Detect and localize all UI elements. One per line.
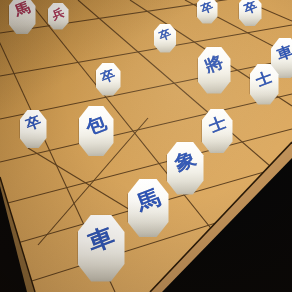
blue-chariot-glyph: 車 — [85, 223, 118, 255]
blue-general-glyph: 將 — [203, 53, 226, 75]
piece-blue-horse[interactable]: 馬 — [128, 179, 169, 237]
piece-blue-soldier[interactable]: 卒 — [239, 0, 262, 26]
piece-blue-soldier[interactable]: 卒 — [20, 110, 47, 148]
blue-horse-glyph: 馬 — [133, 187, 162, 215]
red-soldier-glyph: 兵 — [50, 6, 65, 21]
piece-blue-chariot[interactable]: 車 — [78, 215, 125, 282]
blue-soldier-glyph: 卒 — [157, 27, 172, 42]
blue-soldier-glyph: 卒 — [199, 0, 214, 15]
blue-chariot-glyph: 車 — [275, 43, 292, 62]
blue-cannon-glyph: 包 — [83, 113, 108, 137]
piece-blue-elephant[interactable]: 象 — [167, 142, 204, 195]
piece-blue-cannon[interactable]: 包 — [79, 106, 114, 156]
red-horse-glyph: 馬 — [13, 0, 32, 18]
blue-soldier-glyph: 卒 — [242, 0, 258, 15]
blue-advisor-glyph: 士 — [254, 69, 274, 88]
piece-blue-advisor[interactable]: 士 — [250, 64, 279, 105]
pieces-layer: 馬兵卒卒卒車將士卒包卒士象馬車 — [0, 0, 292, 292]
photo-stage: 馬兵卒卒卒車將士卒包卒士象馬車 — [0, 0, 292, 292]
piece-blue-soldier[interactable]: 卒 — [154, 24, 176, 53]
blue-advisor-glyph: 士 — [206, 114, 227, 135]
piece-red-soldier[interactable]: 兵 — [48, 3, 69, 30]
blue-soldier-glyph: 卒 — [24, 114, 43, 132]
blue-soldier-glyph: 卒 — [99, 67, 117, 84]
piece-blue-general[interactable]: 將 — [198, 47, 231, 94]
blue-elephant-glyph: 象 — [172, 148, 199, 174]
piece-blue-soldier[interactable]: 卒 — [197, 0, 218, 24]
piece-red-horse[interactable]: 馬 — [9, 0, 36, 34]
piece-blue-advisor[interactable]: 士 — [202, 109, 233, 153]
piece-blue-soldier[interactable]: 卒 — [96, 63, 121, 96]
